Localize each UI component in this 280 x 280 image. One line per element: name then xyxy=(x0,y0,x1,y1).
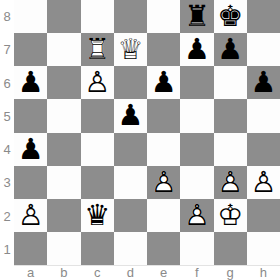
square-c4[interactable] xyxy=(81,133,114,166)
piece-white-pawn-h3[interactable]: ♟♙ xyxy=(247,166,280,199)
square-c7[interactable]: ♜♖ xyxy=(81,33,114,66)
piece-black-queen-c2[interactable]: ♛ xyxy=(81,199,114,232)
square-g8[interactable]: ♚ xyxy=(214,0,247,33)
square-g6[interactable] xyxy=(214,66,247,99)
piece-white-pawn-c6[interactable]: ♟♙ xyxy=(81,66,114,99)
file-label-g: g xyxy=(214,266,247,280)
square-e8[interactable] xyxy=(147,0,180,33)
file-label-h: h xyxy=(247,266,280,280)
square-d4[interactable] xyxy=(114,133,147,166)
file-label-f: f xyxy=(180,266,213,280)
piece-black-pawn-h6[interactable]: ♟ xyxy=(247,66,280,99)
square-c1[interactable] xyxy=(81,232,114,265)
piece-black-pawn-f7[interactable]: ♟ xyxy=(180,33,213,66)
square-a3[interactable] xyxy=(14,166,47,199)
pawn-glyph-outline: ♙ xyxy=(81,66,114,99)
square-f8[interactable]: ♜ xyxy=(180,0,213,33)
pawn-glyph-outline: ♙ xyxy=(247,166,280,199)
square-g5[interactable] xyxy=(214,99,247,132)
piece-white-queen-d7[interactable]: ♛♕ xyxy=(114,33,147,66)
square-a8[interactable] xyxy=(14,0,47,33)
pawn-glyph-outline: ♙ xyxy=(214,166,247,199)
square-c3[interactable] xyxy=(81,166,114,199)
square-h8[interactable] xyxy=(247,0,280,33)
square-a1[interactable] xyxy=(14,232,47,265)
square-d3[interactable] xyxy=(114,166,147,199)
rank-label-1: 1 xyxy=(0,233,14,266)
piece-black-pawn-d5[interactable]: ♟ xyxy=(114,99,147,132)
square-e2[interactable] xyxy=(147,199,180,232)
rook-glyph-fill: ♜ xyxy=(180,0,213,33)
square-g1[interactable] xyxy=(214,232,247,265)
chessboard-widget: 87654321 ♜♚♜♖♛♕♟♟♟♟♙♟♟♟♟♟♙♟♙♟♙♟♙♛♟♙♚♔ ab… xyxy=(0,0,280,280)
rank-label-6: 6 xyxy=(0,67,14,100)
piece-black-pawn-g7[interactable]: ♟ xyxy=(214,33,247,66)
rank-label-2: 2 xyxy=(0,200,14,233)
queen-glyph-outline: ♕ xyxy=(114,33,147,66)
piece-white-pawn-g3[interactable]: ♟♙ xyxy=(214,166,247,199)
square-d6[interactable] xyxy=(114,66,147,99)
square-b6[interactable] xyxy=(47,66,80,99)
square-a7[interactable] xyxy=(14,33,47,66)
piece-white-rook-c7[interactable]: ♜♖ xyxy=(81,33,114,66)
pawn-glyph-fill: ♟ xyxy=(247,66,280,99)
file-labels: abcdefgh xyxy=(14,266,280,280)
square-a2[interactable]: ♟♙ xyxy=(14,199,47,232)
square-a4[interactable]: ♟ xyxy=(14,133,47,166)
piece-white-pawn-e3[interactable]: ♟♙ xyxy=(147,166,180,199)
square-h6[interactable]: ♟ xyxy=(247,66,280,99)
square-b5[interactable] xyxy=(47,99,80,132)
rank-labels: 87654321 xyxy=(0,0,14,266)
square-b3[interactable] xyxy=(47,166,80,199)
piece-white-king-g2[interactable]: ♚♔ xyxy=(214,199,247,232)
square-c2[interactable]: ♛ xyxy=(81,199,114,232)
square-e7[interactable] xyxy=(147,33,180,66)
king-glyph-fill: ♚ xyxy=(214,0,247,33)
square-b7[interactable] xyxy=(47,33,80,66)
square-f5[interactable] xyxy=(180,99,213,132)
file-label-c: c xyxy=(81,266,114,280)
piece-black-pawn-e6[interactable]: ♟ xyxy=(147,66,180,99)
square-b8[interactable] xyxy=(47,0,80,33)
rank-label-8: 8 xyxy=(0,0,14,33)
pawn-glyph-outline: ♙ xyxy=(14,199,47,232)
square-f6[interactable] xyxy=(180,66,213,99)
square-c5[interactable] xyxy=(81,99,114,132)
pawn-glyph-fill: ♟ xyxy=(14,133,47,166)
square-g2[interactable]: ♚♔ xyxy=(214,199,247,232)
piece-black-pawn-a4[interactable]: ♟ xyxy=(14,133,47,166)
queen-glyph-fill: ♛ xyxy=(81,199,114,232)
square-e1[interactable] xyxy=(147,232,180,265)
rank-label-4: 4 xyxy=(0,133,14,166)
square-e6[interactable]: ♟ xyxy=(147,66,180,99)
square-a6[interactable]: ♟ xyxy=(14,66,47,99)
square-g7[interactable]: ♟ xyxy=(214,33,247,66)
square-b1[interactable] xyxy=(47,232,80,265)
square-f4[interactable] xyxy=(180,133,213,166)
square-f3[interactable] xyxy=(180,166,213,199)
square-f7[interactable]: ♟ xyxy=(180,33,213,66)
piece-white-pawn-f2[interactable]: ♟♙ xyxy=(180,199,213,232)
square-g3[interactable]: ♟♙ xyxy=(214,166,247,199)
square-c8[interactable] xyxy=(81,0,114,33)
pawn-glyph-fill: ♟ xyxy=(214,33,247,66)
square-h3[interactable]: ♟♙ xyxy=(247,166,280,199)
pawn-glyph-fill: ♟ xyxy=(114,99,147,132)
piece-white-pawn-a2[interactable]: ♟♙ xyxy=(14,199,47,232)
chess-board[interactable]: ♜♚♜♖♛♕♟♟♟♟♙♟♟♟♟♟♙♟♙♟♙♟♙♛♟♙♚♔ xyxy=(14,0,280,266)
pawn-glyph-fill: ♟ xyxy=(180,33,213,66)
square-c6[interactable]: ♟♙ xyxy=(81,66,114,99)
piece-black-king-g8[interactable]: ♚ xyxy=(214,0,247,33)
square-g4[interactable] xyxy=(214,133,247,166)
square-d2[interactable] xyxy=(114,199,147,232)
pawn-glyph-outline: ♙ xyxy=(147,166,180,199)
file-label-d: d xyxy=(114,266,147,280)
square-h7[interactable] xyxy=(247,33,280,66)
rook-glyph-outline: ♖ xyxy=(81,33,114,66)
square-e4[interactable] xyxy=(147,133,180,166)
rank-label-3: 3 xyxy=(0,166,14,199)
piece-black-rook-f8[interactable]: ♜ xyxy=(180,0,213,33)
king-glyph-outline: ♔ xyxy=(214,199,247,232)
rank-label-7: 7 xyxy=(0,33,14,66)
square-h2[interactable] xyxy=(247,199,280,232)
square-f1[interactable] xyxy=(180,232,213,265)
square-h4[interactable] xyxy=(247,133,280,166)
square-d5[interactable]: ♟ xyxy=(114,99,147,132)
file-label-e: e xyxy=(147,266,180,280)
pawn-glyph-fill: ♟ xyxy=(14,66,47,99)
rank-label-5: 5 xyxy=(0,100,14,133)
square-b2[interactable] xyxy=(47,199,80,232)
square-h1[interactable] xyxy=(247,232,280,265)
square-e5[interactable] xyxy=(147,99,180,132)
square-h5[interactable] xyxy=(247,99,280,132)
square-d8[interactable] xyxy=(114,0,147,33)
square-f2[interactable]: ♟♙ xyxy=(180,199,213,232)
piece-black-pawn-a6[interactable]: ♟ xyxy=(14,66,47,99)
square-e3[interactable]: ♟♙ xyxy=(147,166,180,199)
square-d1[interactable] xyxy=(114,232,147,265)
square-b4[interactable] xyxy=(47,133,80,166)
pawn-glyph-fill: ♟ xyxy=(147,66,180,99)
file-label-a: a xyxy=(14,266,47,280)
file-label-b: b xyxy=(47,266,80,280)
pawn-glyph-outline: ♙ xyxy=(180,199,213,232)
square-a5[interactable] xyxy=(14,99,47,132)
square-d7[interactable]: ♛♕ xyxy=(114,33,147,66)
